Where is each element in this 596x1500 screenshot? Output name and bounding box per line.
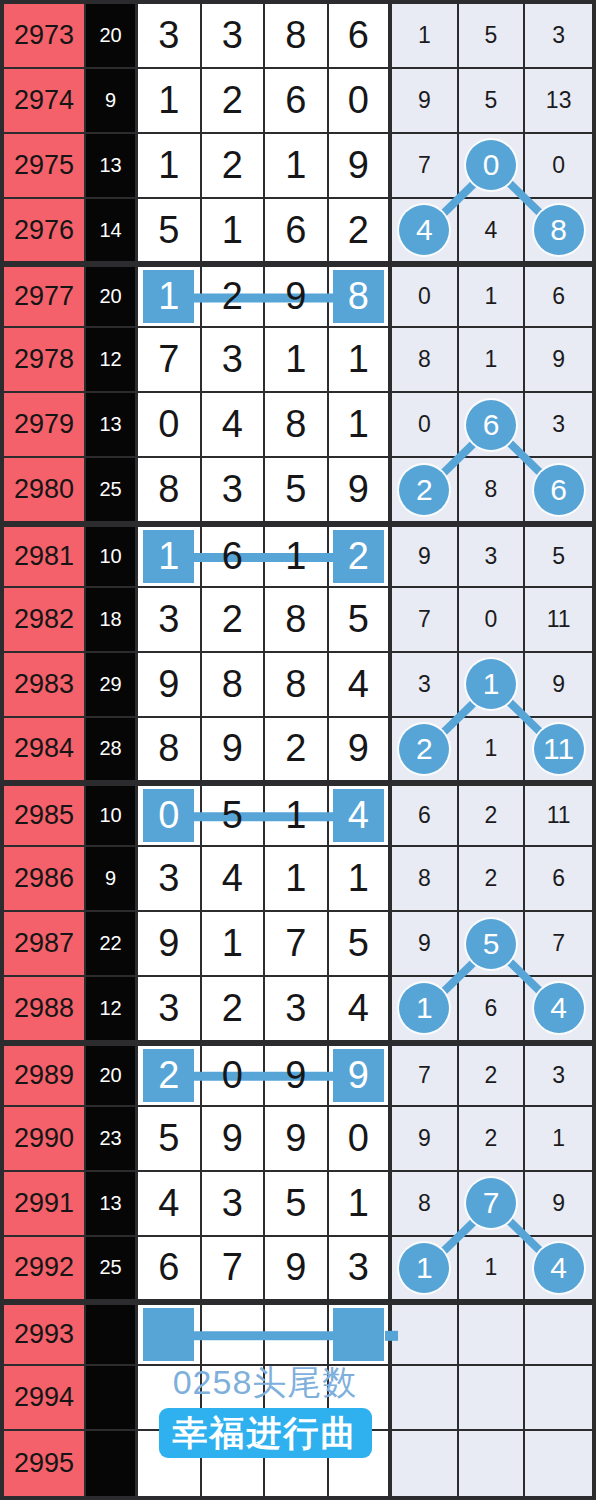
digit-cell-2986-1: 4 xyxy=(202,847,266,912)
digit-cell-2974-2: 6 xyxy=(265,69,329,134)
period-label: 2979 xyxy=(14,409,74,440)
digit-cell-2978-2: 1 xyxy=(265,328,329,393)
digit-cell-2980-1: 3 xyxy=(202,458,266,523)
digit-cell-2977-3: 8 xyxy=(329,267,393,328)
stat-value: 3 xyxy=(418,671,431,698)
highlight-circle: 1 xyxy=(399,1243,449,1293)
stat-cell-2992-2: 4 xyxy=(525,1237,592,1302)
period-2987: 2987 xyxy=(4,912,86,977)
stat-value: 5 xyxy=(552,543,565,570)
drawn-digit: 7 xyxy=(158,338,179,381)
stat-cell-2977-0: 0 xyxy=(392,267,459,328)
sum-2987: 22 xyxy=(86,912,138,977)
period-label: 2973 xyxy=(14,20,74,51)
stat-cell-2991-0: 8 xyxy=(392,1172,459,1237)
drawn-digit: 0 xyxy=(158,403,179,446)
highlight-circle: 1 xyxy=(466,659,516,709)
period-2973: 2973 xyxy=(4,4,86,69)
digit-cell-2982-0: 3 xyxy=(138,588,202,653)
stat-cell-2980-1: 8 xyxy=(459,458,526,523)
stat-cell-2987-2: 7 xyxy=(525,912,592,977)
drawn-digit: 3 xyxy=(222,338,243,381)
stat-cell-2976-2: 8 xyxy=(525,199,592,264)
drawn-digit: 3 xyxy=(222,14,243,57)
sum-2976: 14 xyxy=(86,199,138,264)
drawn-digit: 7 xyxy=(285,922,306,965)
digit-cell-2976-1: 1 xyxy=(202,199,266,264)
highlight-circle: 4 xyxy=(534,1243,584,1293)
stat-value: 1 xyxy=(418,22,431,49)
stat-cell-2978-0: 8 xyxy=(392,328,459,393)
digit-cell-2992-1: 7 xyxy=(202,1237,266,1302)
row-2983: 2983299884319 xyxy=(4,653,592,718)
stat-cell-2989-2: 3 xyxy=(525,1046,592,1107)
drawn-digit: 9 xyxy=(285,1117,306,1160)
period-label: 2993 xyxy=(14,1319,74,1350)
stat-cell-2986-0: 8 xyxy=(392,847,459,912)
digit-cell-2983-0: 9 xyxy=(138,653,202,718)
digit-cell-2983-3: 4 xyxy=(329,653,393,718)
drawn-digit: 6 xyxy=(158,1246,179,1289)
digit-cell-2988-0: 3 xyxy=(138,977,202,1042)
drawn-digit: 9 xyxy=(348,727,369,770)
digit-cell-2981-1: 6 xyxy=(202,527,266,588)
period-label: 2989 xyxy=(14,1060,74,1091)
stat-value: 1 xyxy=(552,1125,565,1152)
drawn-digit: 7 xyxy=(222,1246,243,1289)
stat-cell-2980-0: 2 xyxy=(392,458,459,523)
drawn-digit: 8 xyxy=(285,663,306,706)
stat-value: 11 xyxy=(547,606,571,633)
stat-cell-2980-2: 6 xyxy=(525,458,592,523)
stat-value: 1 xyxy=(485,735,498,762)
digit-cell-2986-0: 3 xyxy=(138,847,202,912)
digit-cell-2985-2: 1 xyxy=(265,786,329,847)
digit-cell-2974-1: 2 xyxy=(202,69,266,134)
sum-2991: 13 xyxy=(86,1172,138,1237)
drawn-digit: 3 xyxy=(158,598,179,641)
drawn-digit: 4 xyxy=(348,663,369,706)
row-2987: 2987229175957 xyxy=(4,912,592,977)
sum-2981: 10 xyxy=(86,527,138,588)
highlight-circle: 7 xyxy=(466,1178,516,1228)
stat-value: 9 xyxy=(418,87,431,114)
stat-cell-2973-1: 5 xyxy=(459,4,526,69)
sum-2983: 29 xyxy=(86,653,138,718)
drawn-digit: 5 xyxy=(158,1117,179,1160)
digit-cell-2979-0: 0 xyxy=(138,393,202,458)
digit-cell-2983-2: 8 xyxy=(265,653,329,718)
drawn-digit: 1 xyxy=(348,1182,369,1225)
period-2983: 2983 xyxy=(4,653,86,718)
digit-cell-2989-1: 0 xyxy=(202,1046,266,1107)
digit-cell-2988-1: 2 xyxy=(202,977,266,1042)
period-2988: 2988 xyxy=(4,977,86,1042)
drawn-digit: 9 xyxy=(285,1054,306,1097)
sum-2978: 12 xyxy=(86,328,138,393)
stat-value: 9 xyxy=(418,1125,431,1152)
period-2978: 2978 xyxy=(4,328,86,393)
stat-value: 6 xyxy=(552,283,565,310)
stat-value: 7 xyxy=(418,606,431,633)
drawn-digit: 0 xyxy=(222,1054,243,1097)
period-2986: 2986 xyxy=(4,847,86,912)
stat-cell-2993-1 xyxy=(459,1305,526,1366)
drawn-digit: 1 xyxy=(348,338,369,381)
digit-cell-2993-1 xyxy=(202,1305,266,1366)
stat-cell-2992-0: 1 xyxy=(392,1237,459,1302)
drawn-digit: 2 xyxy=(222,987,243,1030)
period-2985: 2985 xyxy=(4,786,86,847)
sum-value: 18 xyxy=(99,608,121,631)
drawn-digit: 1 xyxy=(285,794,306,837)
highlight-square: 2 xyxy=(143,1049,194,1102)
sum-value: 10 xyxy=(99,804,121,827)
period-label: 2980 xyxy=(14,474,74,505)
stat-cell-2993-2 xyxy=(525,1305,592,1366)
period-2980: 2980 xyxy=(4,458,86,523)
digit-cell-2983-1: 8 xyxy=(202,653,266,718)
digit-cell-2984-3: 9 xyxy=(329,718,393,783)
digit-cell-2993-2 xyxy=(265,1305,329,1366)
digit-cell-2990-3: 0 xyxy=(329,1107,393,1172)
stat-cell-2977-1: 1 xyxy=(459,267,526,328)
period-2976: 2976 xyxy=(4,199,86,264)
drawn-digit: 1 xyxy=(222,922,243,965)
drawn-digit: 6 xyxy=(348,14,369,57)
drawn-digit: 9 xyxy=(222,1117,243,1160)
highlight-circle: 1 xyxy=(399,983,449,1033)
period-2992: 2992 xyxy=(4,1237,86,1302)
period-label: 2977 xyxy=(14,281,74,312)
period-label: 2986 xyxy=(14,863,74,894)
stat-value: 1 xyxy=(485,346,498,373)
stat-cell-2995-0 xyxy=(392,1431,459,1496)
drawn-digit: 6 xyxy=(222,535,243,578)
stat-cell-2995-1 xyxy=(459,1431,526,1496)
period-label: 2985 xyxy=(14,800,74,831)
digit-cell-2974-3: 0 xyxy=(329,69,393,134)
drawn-digit: 3 xyxy=(158,14,179,57)
digit-cell-2989-3: 9 xyxy=(329,1046,393,1107)
digit-cell-2991-0: 4 xyxy=(138,1172,202,1237)
stat-cell-2986-1: 2 xyxy=(459,847,526,912)
digit-cell-2991-3: 1 xyxy=(329,1172,393,1237)
stat-value: 7 xyxy=(418,1062,431,1089)
highlight-circle: 4 xyxy=(534,983,584,1033)
sum-value: 20 xyxy=(99,1064,121,1087)
stat-value: 0 xyxy=(485,606,498,633)
digit-cell-2981-3: 2 xyxy=(329,527,393,588)
period-label: 2982 xyxy=(14,604,74,635)
period-2974: 2974 xyxy=(4,69,86,134)
drawn-digit: 8 xyxy=(285,403,306,446)
drawn-digit: 3 xyxy=(222,468,243,511)
period-label: 2992 xyxy=(14,1252,74,1283)
stat-value: 9 xyxy=(418,930,431,957)
digit-cell-2992-2: 9 xyxy=(265,1237,329,1302)
highlight-circle: 11 xyxy=(534,724,584,774)
period-2981: 2981 xyxy=(4,527,86,588)
digit-cell-2992-0: 6 xyxy=(138,1237,202,1302)
digit-cell-2984-1: 9 xyxy=(202,718,266,783)
highlight-square xyxy=(333,1308,384,1361)
digit-cell-2981-0: 1 xyxy=(138,527,202,588)
drawn-digit: 2 xyxy=(222,79,243,122)
stat-cell-2977-2: 6 xyxy=(525,267,592,328)
stat-value: 8 xyxy=(418,1190,431,1217)
stat-cell-2990-1: 2 xyxy=(459,1107,526,1172)
period-2995: 2995 xyxy=(4,1431,86,1496)
digit-cell-2990-2: 9 xyxy=(265,1107,329,1172)
sum-value: 9 xyxy=(105,867,116,890)
row-2978: 2978127311819 xyxy=(4,328,592,393)
row-2977: 2977201298016 xyxy=(4,263,592,328)
digit-cell-2973-2: 8 xyxy=(265,4,329,69)
drawn-digit: 9 xyxy=(348,144,369,187)
stat-value: 3 xyxy=(552,1062,565,1089)
sum-2995 xyxy=(86,1431,138,1496)
sum-value: 13 xyxy=(99,1192,121,1215)
row-2992: 2992256793114 xyxy=(4,1237,592,1302)
stat-cell-2991-2: 9 xyxy=(525,1172,592,1237)
sum-2973: 20 xyxy=(86,4,138,69)
stat-cell-2975-2: 0 xyxy=(525,134,592,199)
period-label: 2990 xyxy=(14,1123,74,1154)
stat-value: 2 xyxy=(485,865,498,892)
stat-cell-2985-2: 11 xyxy=(525,786,592,847)
stat-value: 8 xyxy=(418,865,431,892)
row-2980: 2980258359286 xyxy=(4,458,592,523)
sum-2992: 25 xyxy=(86,1237,138,1302)
sum-value: 28 xyxy=(99,737,121,760)
stat-cell-2973-2: 3 xyxy=(525,4,592,69)
highlight-circle: 6 xyxy=(466,400,516,450)
drawn-digit: 3 xyxy=(158,987,179,1030)
stat-cell-2994-1 xyxy=(459,1366,526,1431)
stat-cell-2983-2: 9 xyxy=(525,653,592,718)
digit-cell-2991-2: 5 xyxy=(265,1172,329,1237)
row-2982: 29821832857011 xyxy=(4,588,592,653)
digit-cell-2977-2: 9 xyxy=(265,267,329,328)
period-2979: 2979 xyxy=(4,393,86,458)
drawn-digit: 5 xyxy=(348,922,369,965)
sum-value: 10 xyxy=(99,545,121,568)
highlight-circle: 8 xyxy=(534,205,584,255)
sum-2975: 13 xyxy=(86,134,138,199)
drawn-digit: 2 xyxy=(222,598,243,641)
stat-value: 13 xyxy=(546,87,572,114)
row-2976: 2976145162448 xyxy=(4,199,592,264)
sum-value: 12 xyxy=(99,997,121,1020)
sum-value: 13 xyxy=(99,154,121,177)
drawn-digit: 9 xyxy=(348,468,369,511)
stat-cell-2991-1: 7 xyxy=(459,1172,526,1237)
row-2990: 2990235990921 xyxy=(4,1107,592,1172)
digit-cell-2982-2: 8 xyxy=(265,588,329,653)
stat-cell-2976-1: 4 xyxy=(459,199,526,264)
drawn-digit: 6 xyxy=(285,209,306,252)
stat-cell-2984-2: 11 xyxy=(525,718,592,783)
stat-value: 4 xyxy=(485,217,498,244)
stat-cell-2983-0: 3 xyxy=(392,653,459,718)
digit-cell-2993-3 xyxy=(329,1305,393,1366)
stat-value: 6 xyxy=(485,995,498,1022)
digit-cell-2973-1: 3 xyxy=(202,4,266,69)
period-label: 2975 xyxy=(14,150,74,181)
digit-cell-2980-0: 8 xyxy=(138,458,202,523)
period-label: 2987 xyxy=(14,928,74,959)
stat-cell-2975-0: 7 xyxy=(392,134,459,199)
highlight-square: 4 xyxy=(333,789,384,842)
drawn-digit: 5 xyxy=(158,209,179,252)
digit-cell-2989-0: 2 xyxy=(138,1046,202,1107)
sum-value: 9 xyxy=(105,89,116,112)
drawn-digit: 8 xyxy=(285,598,306,641)
sum-value: 29 xyxy=(99,673,121,696)
digit-cell-2975-0: 1 xyxy=(138,134,202,199)
digit-cell-2979-1: 4 xyxy=(202,393,266,458)
drawn-digit: 1 xyxy=(285,144,306,187)
sum-value: 13 xyxy=(99,413,121,436)
sum-2977: 20 xyxy=(86,267,138,328)
digit-cell-2985-0: 0 xyxy=(138,786,202,847)
drawn-digit: 0 xyxy=(348,79,369,122)
stat-cell-2979-0: 0 xyxy=(392,393,459,458)
digit-cell-2974-0: 1 xyxy=(138,69,202,134)
stat-cell-2992-1: 1 xyxy=(459,1237,526,1302)
period-label: 2988 xyxy=(14,993,74,1024)
promo-banner[interactable]: 幸福进行曲 xyxy=(159,1408,372,1458)
sum-2974: 9 xyxy=(86,69,138,134)
digit-cell-2978-1: 3 xyxy=(202,328,266,393)
digit-cell-2991-1: 3 xyxy=(202,1172,266,1237)
period-2993: 2993 xyxy=(4,1305,86,1366)
stat-cell-2987-0: 9 xyxy=(392,912,459,977)
row-2991: 2991134351879 xyxy=(4,1172,592,1237)
stat-value: 9 xyxy=(552,1190,565,1217)
row-2986: 298693411826 xyxy=(4,847,592,912)
digit-cell-2993-0 xyxy=(138,1305,202,1366)
period-label: 2995 xyxy=(14,1448,74,1479)
drawn-digit: 5 xyxy=(285,1182,306,1225)
drawn-digit: 5 xyxy=(285,468,306,511)
drawn-digit: 5 xyxy=(348,598,369,641)
drawn-digit: 9 xyxy=(222,727,243,770)
digit-cell-2980-3: 9 xyxy=(329,458,393,523)
stat-cell-2988-0: 1 xyxy=(392,977,459,1042)
row-2985: 29851005146211 xyxy=(4,782,592,847)
digit-cell-2984-2: 2 xyxy=(265,718,329,783)
digit-cell-2990-0: 5 xyxy=(138,1107,202,1172)
stat-cell-2979-2: 3 xyxy=(525,393,592,458)
digit-cell-2987-2: 7 xyxy=(265,912,329,977)
period-label: 2983 xyxy=(14,669,74,700)
digit-cell-2980-2: 5 xyxy=(265,458,329,523)
stat-cell-2988-1: 6 xyxy=(459,977,526,1042)
drawn-digit: 9 xyxy=(158,663,179,706)
drawn-digit: 4 xyxy=(348,987,369,1030)
digit-cell-2979-3: 1 xyxy=(329,393,393,458)
sum-2994 xyxy=(86,1366,138,1431)
stat-value: 9 xyxy=(552,346,565,373)
stat-cell-2978-2: 9 xyxy=(525,328,592,393)
drawn-digit: 3 xyxy=(348,1246,369,1289)
highlight-circle: 4 xyxy=(399,205,449,255)
highlight-circle: 0 xyxy=(466,140,516,190)
sum-2990: 23 xyxy=(86,1107,138,1172)
period-2984: 2984 xyxy=(4,718,86,783)
drawn-digit: 1 xyxy=(285,535,306,578)
stat-value: 5 xyxy=(485,22,498,49)
highlight-square: 0 xyxy=(143,789,194,842)
stat-cell-2974-1: 5 xyxy=(459,69,526,134)
sum-value: 12 xyxy=(99,348,121,371)
highlight-square: 9 xyxy=(333,1049,384,1102)
stat-cell-2986-2: 6 xyxy=(525,847,592,912)
drawn-digit: 1 xyxy=(222,209,243,252)
drawn-digit: 4 xyxy=(222,403,243,446)
row-2989: 2989202099723 xyxy=(4,1042,592,1107)
stat-value: 8 xyxy=(485,476,498,503)
stat-cell-2979-1: 6 xyxy=(459,393,526,458)
row-2984: 29842889292111 xyxy=(4,718,592,783)
row-2993: 2993 xyxy=(4,1301,592,1366)
digit-cell-2979-2: 8 xyxy=(265,393,329,458)
sum-value: 23 xyxy=(99,1127,121,1150)
drawn-digit: 8 xyxy=(158,468,179,511)
stat-cell-2973-0: 1 xyxy=(392,4,459,69)
stat-value: 1 xyxy=(485,283,498,310)
drawn-digit: 4 xyxy=(222,857,243,900)
period-2989: 2989 xyxy=(4,1046,86,1107)
sum-value: 20 xyxy=(99,24,121,47)
sum-value: 20 xyxy=(99,285,121,308)
drawn-digit: 2 xyxy=(285,727,306,770)
drawn-digit: 2 xyxy=(222,144,243,187)
digit-cell-2986-3: 1 xyxy=(329,847,393,912)
digit-cell-2973-3: 6 xyxy=(329,4,393,69)
stat-value: 11 xyxy=(547,802,571,829)
stat-value: 2 xyxy=(485,802,498,829)
digit-cell-2990-1: 9 xyxy=(202,1107,266,1172)
highlight-square: 2 xyxy=(333,530,384,583)
drawn-digit: 4 xyxy=(158,1182,179,1225)
drawn-digit: 1 xyxy=(158,79,179,122)
stat-cell-2993-0 xyxy=(392,1305,459,1366)
digit-cell-2989-2: 9 xyxy=(265,1046,329,1107)
row-2981: 2981101612935 xyxy=(4,523,592,588)
stat-value: 3 xyxy=(552,22,565,49)
digit-cell-2985-3: 4 xyxy=(329,786,393,847)
stat-cell-2989-0: 7 xyxy=(392,1046,459,1107)
stat-value: 0 xyxy=(552,152,565,179)
stat-cell-2975-1: 0 xyxy=(459,134,526,199)
sum-2979: 13 xyxy=(86,393,138,458)
row-2975: 2975131219700 xyxy=(4,134,592,199)
digit-cell-2987-1: 1 xyxy=(202,912,266,977)
stat-value: 2 xyxy=(485,1062,498,1089)
period-2990: 2990 xyxy=(4,1107,86,1172)
stat-value: 0 xyxy=(418,411,431,438)
drawn-digit: 1 xyxy=(285,338,306,381)
stat-cell-2978-1: 1 xyxy=(459,328,526,393)
row-2974: 2974912609513 xyxy=(4,69,592,134)
stat-cell-2988-2: 4 xyxy=(525,977,592,1042)
sum-2989: 20 xyxy=(86,1046,138,1107)
stat-value: 3 xyxy=(485,543,498,570)
drawn-digit: 1 xyxy=(348,857,369,900)
